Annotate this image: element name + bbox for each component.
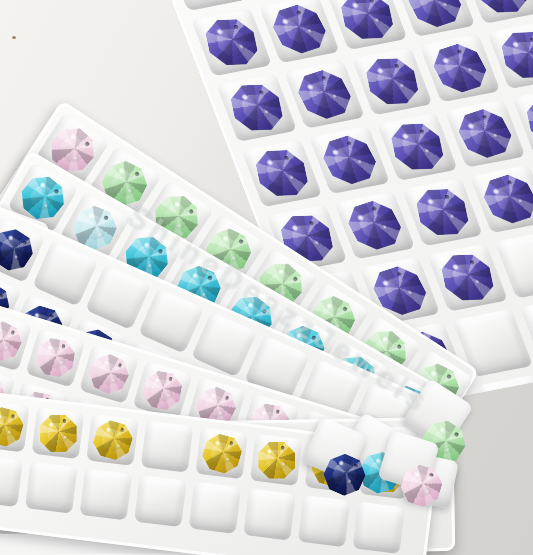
tray-cell [79, 344, 139, 404]
tray-cell [138, 288, 204, 354]
bead-facets [524, 97, 533, 144]
crystal-octagon-bead-cobalt [0, 223, 39, 277]
bead-drill-hole [120, 427, 124, 431]
tray-cell [141, 420, 193, 472]
tray-cell [402, 178, 483, 246]
tray-cell [353, 502, 405, 554]
tray-cell [25, 461, 77, 513]
crystal-octagon-bead-rose [141, 369, 184, 412]
tray-cell [32, 240, 98, 306]
crystal-octagon-bead-violet [203, 19, 261, 66]
tray-cell [309, 126, 390, 194]
tray-cell [250, 434, 302, 486]
crystal-octagon-bead-violet [452, 105, 518, 162]
crystal-octagon-bead-violet [477, 170, 533, 227]
tray-cell [470, 165, 533, 233]
tray-cell [32, 407, 84, 459]
tray-cell [195, 427, 247, 479]
tray-cell [0, 311, 32, 371]
crystal-octagon-bead-gold [199, 430, 245, 476]
tray-cell [445, 99, 526, 167]
tray-cell [216, 73, 297, 141]
crystal-octagon-bead-gold [90, 417, 136, 463]
crystal-octagon-bead-gold [39, 414, 76, 451]
crystal-octagon-bead-violet [363, 58, 421, 105]
crystal-octagon-bead-violet [388, 123, 446, 170]
tray-cell [420, 34, 501, 102]
tray-cell [134, 475, 186, 527]
tray-cell [86, 413, 138, 465]
bead-drill-hole [62, 419, 65, 422]
bead-drill-hole [281, 446, 284, 449]
tray-cell [259, 0, 340, 63]
crystal-octagon-bead-violet [266, 0, 332, 57]
crystal-octagon-bead-violet [316, 131, 382, 188]
tray-cell [0, 400, 29, 452]
crystal-octagon-bead-violet [402, 0, 468, 31]
bead-drill-hole [11, 414, 15, 418]
tray-cell [80, 468, 132, 520]
tray-cell [243, 488, 295, 540]
tray-cell [394, 0, 475, 37]
background-speck [12, 36, 16, 39]
crystal-octagon-bead-violet [474, 0, 532, 13]
crystal-octagon-bead-rose [84, 349, 133, 398]
crystal-octagon-bead-rose [34, 336, 77, 379]
tray-cell [284, 60, 365, 128]
crystal-octagon-bead-violet [291, 66, 357, 123]
tray-cell [189, 481, 241, 533]
tray-cell [166, 0, 247, 11]
crystal-octagon-bead-violet [338, 0, 396, 40]
crystal-octagon-bead-violet [253, 149, 311, 196]
tray-cell [327, 0, 408, 50]
tray-cell [352, 47, 433, 115]
tray-cell [191, 8, 272, 76]
tray-cell [0, 455, 23, 507]
tray-cell [298, 495, 350, 547]
crystal-octagon-bead-violet [499, 31, 533, 78]
crystal-octagon-bead-violet [427, 39, 493, 96]
crystal-octagon-bead-gold [0, 403, 26, 449]
crystal-octagon-bead-violet [228, 84, 286, 131]
tray-cell [477, 374, 533, 442]
crystal-octagon-bead-violet [413, 188, 471, 235]
tray-cell [427, 243, 508, 311]
tray-cell [241, 139, 322, 207]
crystal-octagon-bead-violet [524, 97, 533, 144]
tray-cell [334, 191, 415, 259]
tray-cell [25, 328, 85, 388]
tray-cell [85, 264, 151, 330]
bead-drill-hole [229, 441, 233, 445]
crystal-octagon-bead-rose [0, 316, 27, 365]
crystal-octagon-bead-gold [258, 441, 295, 478]
crystal-octagon-bead-violet [439, 254, 497, 301]
tray-cell [377, 113, 458, 181]
crystal-octagon-bead-violet [342, 197, 408, 254]
photo-of-crystal-bead-trays: ShineDeazzJewels [0, 0, 533, 555]
